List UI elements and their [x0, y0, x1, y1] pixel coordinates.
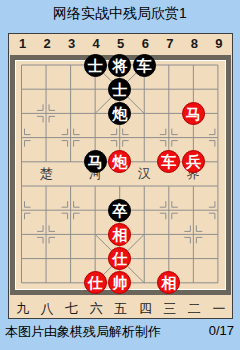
file-label: 7 — [160, 36, 180, 51]
piece-red-7-5[interactable]: 车 — [157, 150, 180, 173]
file-label: 一 — [209, 300, 229, 318]
file-label: 1 — [13, 36, 33, 51]
piece-red-8-5[interactable]: 兵 — [182, 150, 205, 173]
file-label: 六 — [86, 300, 106, 318]
file-label: 五 — [111, 300, 131, 318]
page-counter: 0/17 — [209, 323, 234, 338]
board: 楚河汉界 士将车士炮马马炮车兵卒相仕仕帅相 — [10, 55, 231, 295]
file-label: 3 — [62, 36, 82, 51]
pieces-layer: 士将车士炮马马炮车兵卒相仕仕帅相 — [10, 55, 231, 295]
file-label: 七 — [62, 300, 82, 318]
piece-black-4-1[interactable]: 士 — [84, 54, 107, 77]
piece-red-7-10[interactable]: 相 — [157, 271, 180, 294]
file-label: 四 — [135, 300, 155, 318]
file-label: 九 — [13, 300, 33, 318]
diagram-title: 网络实战中残局欣赏1 — [0, 5, 240, 23]
piece-red-5-5[interactable]: 炮 — [108, 150, 131, 173]
footer-credit: 本图片由象棋残局解析制作 — [5, 323, 161, 341]
piece-black-4-5[interactable]: 马 — [84, 150, 107, 173]
file-label: 4 — [86, 36, 106, 51]
file-label: 6 — [135, 36, 155, 51]
piece-black-6-1[interactable]: 车 — [133, 54, 156, 77]
file-label: 三 — [160, 300, 180, 318]
piece-black-5-2[interactable]: 士 — [108, 78, 131, 101]
piece-red-5-9[interactable]: 仕 — [108, 247, 131, 270]
piece-black-5-3[interactable]: 炮 — [108, 102, 131, 125]
piece-red-5-10[interactable]: 帅 — [108, 271, 131, 294]
xiangqi-diagram: 网络实战中残局欣赏1 123456789 九八七六五四三二一 楚河汉界 士将车士… — [0, 0, 240, 350]
piece-black-5-1[interactable]: 将 — [108, 54, 131, 77]
file-label: 八 — [37, 300, 57, 318]
file-label: 5 — [111, 36, 131, 51]
file-label: 9 — [209, 36, 229, 51]
piece-red-5-8[interactable]: 相 — [108, 223, 131, 246]
file-label: 二 — [184, 300, 204, 318]
file-label: 8 — [184, 36, 204, 51]
piece-red-8-3[interactable]: 马 — [182, 102, 205, 125]
piece-red-4-10[interactable]: 仕 — [84, 271, 107, 294]
piece-black-5-7[interactable]: 卒 — [108, 199, 131, 222]
file-label: 2 — [37, 36, 57, 51]
